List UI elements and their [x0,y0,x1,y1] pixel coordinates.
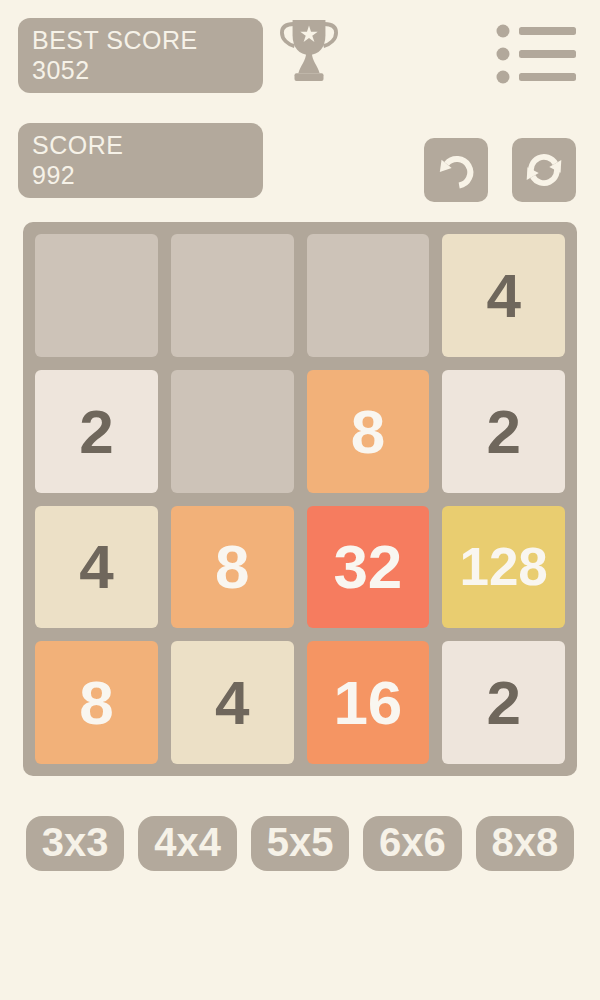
size-button-5x5[interactable]: 5x5 [251,816,349,871]
tile-2: 2 [35,370,158,493]
tile-4: 4 [442,234,565,357]
size-button-3x3[interactable]: 3x3 [26,816,124,871]
tile-16: 16 [307,641,430,764]
cell-empty-r1c1 [35,234,158,357]
tile-8: 8 [171,506,294,629]
game-screen: BEST SCORE 3052 SCORE 992 [0,0,600,1000]
undo-button[interactable] [424,138,488,202]
tile-2: 2 [442,641,565,764]
tile-4: 4 [35,506,158,629]
menu-button[interactable] [490,20,580,86]
refresh-icon [518,144,570,196]
list-menu-icon [490,20,580,86]
tile-128: 128 [442,506,565,629]
score-value: 992 [32,160,249,190]
tile-8: 8 [307,370,430,493]
trophy-icon [280,15,338,89]
best-score-panel: BEST SCORE 3052 [18,18,263,93]
score-panel: SCORE 992 [18,123,263,198]
refresh-button[interactable] [512,138,576,202]
cell-empty-r1c3 [307,234,430,357]
size-button-6x6[interactable]: 6x6 [363,816,461,871]
size-button-4x4[interactable]: 4x4 [138,816,236,871]
tile-8: 8 [35,641,158,764]
size-button-8x8[interactable]: 8x8 [476,816,574,871]
best-score-label: BEST SCORE [32,25,249,55]
tile-32: 32 [307,506,430,629]
score-label: SCORE [32,130,249,160]
tile-4: 4 [171,641,294,764]
cell-empty-r1c2 [171,234,294,357]
size-buttons: 3x34x45x56x68x8 [26,816,574,871]
cell-empty-r2c2 [171,370,294,493]
undo-icon [430,144,482,196]
tile-2: 2 [442,370,565,493]
board[interactable]: 4282483212884162 [23,222,577,776]
best-score-value: 3052 [32,55,249,85]
